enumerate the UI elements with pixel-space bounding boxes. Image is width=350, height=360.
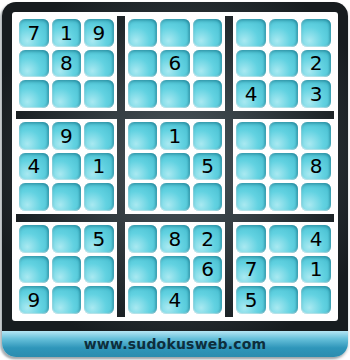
cell-r7c7[interactable]	[236, 225, 266, 253]
cell-r8c8[interactable]	[269, 256, 299, 284]
cell-r2c8[interactable]	[269, 50, 299, 78]
cell-r9c9[interactable]	[301, 286, 331, 314]
cell-r1c4[interactable]	[128, 19, 158, 47]
site-url-link[interactable]: www.sudokusweb.com	[84, 336, 267, 352]
cell-r2c3[interactable]	[84, 50, 114, 78]
sudoku-panel: 719862439411585982644715 www.sudokusweb.…	[2, 2, 348, 357]
cell-r5c2[interactable]	[52, 153, 82, 181]
sudoku-board-frame: 719862439411585982644715	[2, 2, 348, 331]
cell-r5c5[interactable]	[160, 153, 190, 181]
box-2: 6	[125, 16, 226, 111]
cell-r6c2[interactable]	[52, 183, 82, 211]
sudoku-page: 719862439411585982644715 www.sudokusweb.…	[0, 0, 350, 360]
cell-r9c6[interactable]	[193, 286, 223, 314]
box-5: 15	[125, 119, 226, 214]
cell-r4c9[interactable]	[301, 122, 331, 150]
cell-r6c7[interactable]	[236, 183, 266, 211]
cell-r3c6[interactable]	[193, 80, 223, 108]
cell-r9c4[interactable]	[128, 286, 158, 314]
cell-r5c1[interactable]: 4	[19, 153, 49, 181]
cell-r3c3[interactable]	[84, 80, 114, 108]
cell-r7c5[interactable]: 8	[160, 225, 190, 253]
cell-r8c6[interactable]: 6	[193, 256, 223, 284]
cell-r3c9[interactable]: 3	[301, 80, 331, 108]
cell-r7c6[interactable]: 2	[193, 225, 223, 253]
cell-r4c1[interactable]	[19, 122, 49, 150]
cell-r2c4[interactable]	[128, 50, 158, 78]
cell-r7c8[interactable]	[269, 225, 299, 253]
box-7: 59	[16, 222, 117, 317]
cell-r2c9[interactable]: 2	[301, 50, 331, 78]
cell-r6c8[interactable]	[269, 183, 299, 211]
cell-r6c6[interactable]	[193, 183, 223, 211]
cell-r4c4[interactable]	[128, 122, 158, 150]
cell-r6c4[interactable]	[128, 183, 158, 211]
cell-r6c3[interactable]	[84, 183, 114, 211]
cell-r3c7[interactable]: 4	[236, 80, 266, 108]
cell-r8c1[interactable]	[19, 256, 49, 284]
cell-r9c3[interactable]	[84, 286, 114, 314]
cell-r2c1[interactable]	[19, 50, 49, 78]
cell-r1c8[interactable]	[269, 19, 299, 47]
sudoku-board-inner: 719862439411585982644715	[12, 12, 338, 321]
cell-r4c7[interactable]	[236, 122, 266, 150]
boxes-grid: 719862439411585982644715	[16, 16, 334, 317]
cell-r3c1[interactable]	[19, 80, 49, 108]
cell-r5c8[interactable]	[269, 153, 299, 181]
cell-r1c3[interactable]: 9	[84, 19, 114, 47]
footer-bar: www.sudokusweb.com	[2, 331, 348, 357]
cell-r6c5[interactable]	[160, 183, 190, 211]
cell-r7c2[interactable]	[52, 225, 82, 253]
cell-r5c4[interactable]	[128, 153, 158, 181]
box-3: 243	[233, 16, 334, 111]
cell-r3c2[interactable]	[52, 80, 82, 108]
cell-r4c6[interactable]	[193, 122, 223, 150]
cell-r4c5[interactable]: 1	[160, 122, 190, 150]
cell-r1c6[interactable]	[193, 19, 223, 47]
cell-r8c4[interactable]	[128, 256, 158, 284]
cell-r8c7[interactable]: 7	[236, 256, 266, 284]
cell-r1c1[interactable]: 7	[19, 19, 49, 47]
cell-r2c7[interactable]	[236, 50, 266, 78]
cell-r8c9[interactable]: 1	[301, 256, 331, 284]
cell-r9c5[interactable]: 4	[160, 286, 190, 314]
cell-r5c3[interactable]: 1	[84, 153, 114, 181]
box-9: 4715	[233, 222, 334, 317]
cell-r1c9[interactable]	[301, 19, 331, 47]
cell-r9c1[interactable]: 9	[19, 286, 49, 314]
cell-r4c2[interactable]: 9	[52, 122, 82, 150]
cell-r8c3[interactable]	[84, 256, 114, 284]
cell-r9c7[interactable]: 5	[236, 286, 266, 314]
cell-r8c2[interactable]	[52, 256, 82, 284]
cell-r4c8[interactable]	[269, 122, 299, 150]
cell-r7c1[interactable]	[19, 225, 49, 253]
cell-r3c5[interactable]	[160, 80, 190, 108]
cell-r7c4[interactable]	[128, 225, 158, 253]
cell-r5c9[interactable]: 8	[301, 153, 331, 181]
cell-r3c4[interactable]	[128, 80, 158, 108]
cell-r6c1[interactable]	[19, 183, 49, 211]
cell-r8c5[interactable]	[160, 256, 190, 284]
box-6: 8	[233, 119, 334, 214]
cell-r4c3[interactable]	[84, 122, 114, 150]
cell-r1c5[interactable]	[160, 19, 190, 47]
cell-r9c8[interactable]	[269, 286, 299, 314]
cell-r2c5[interactable]: 6	[160, 50, 190, 78]
box-1: 7198	[16, 16, 117, 111]
box-8: 8264	[125, 222, 226, 317]
cell-r5c7[interactable]	[236, 153, 266, 181]
cell-r2c6[interactable]	[193, 50, 223, 78]
cell-r9c2[interactable]	[52, 286, 82, 314]
cell-r5c6[interactable]: 5	[193, 153, 223, 181]
cell-r7c9[interactable]: 4	[301, 225, 331, 253]
box-4: 941	[16, 119, 117, 214]
cell-r3c8[interactable]	[269, 80, 299, 108]
cell-r7c3[interactable]: 5	[84, 225, 114, 253]
cell-r1c2[interactable]: 1	[52, 19, 82, 47]
cell-r2c2[interactable]: 8	[52, 50, 82, 78]
cell-r1c7[interactable]	[236, 19, 266, 47]
cell-r6c9[interactable]	[301, 183, 331, 211]
